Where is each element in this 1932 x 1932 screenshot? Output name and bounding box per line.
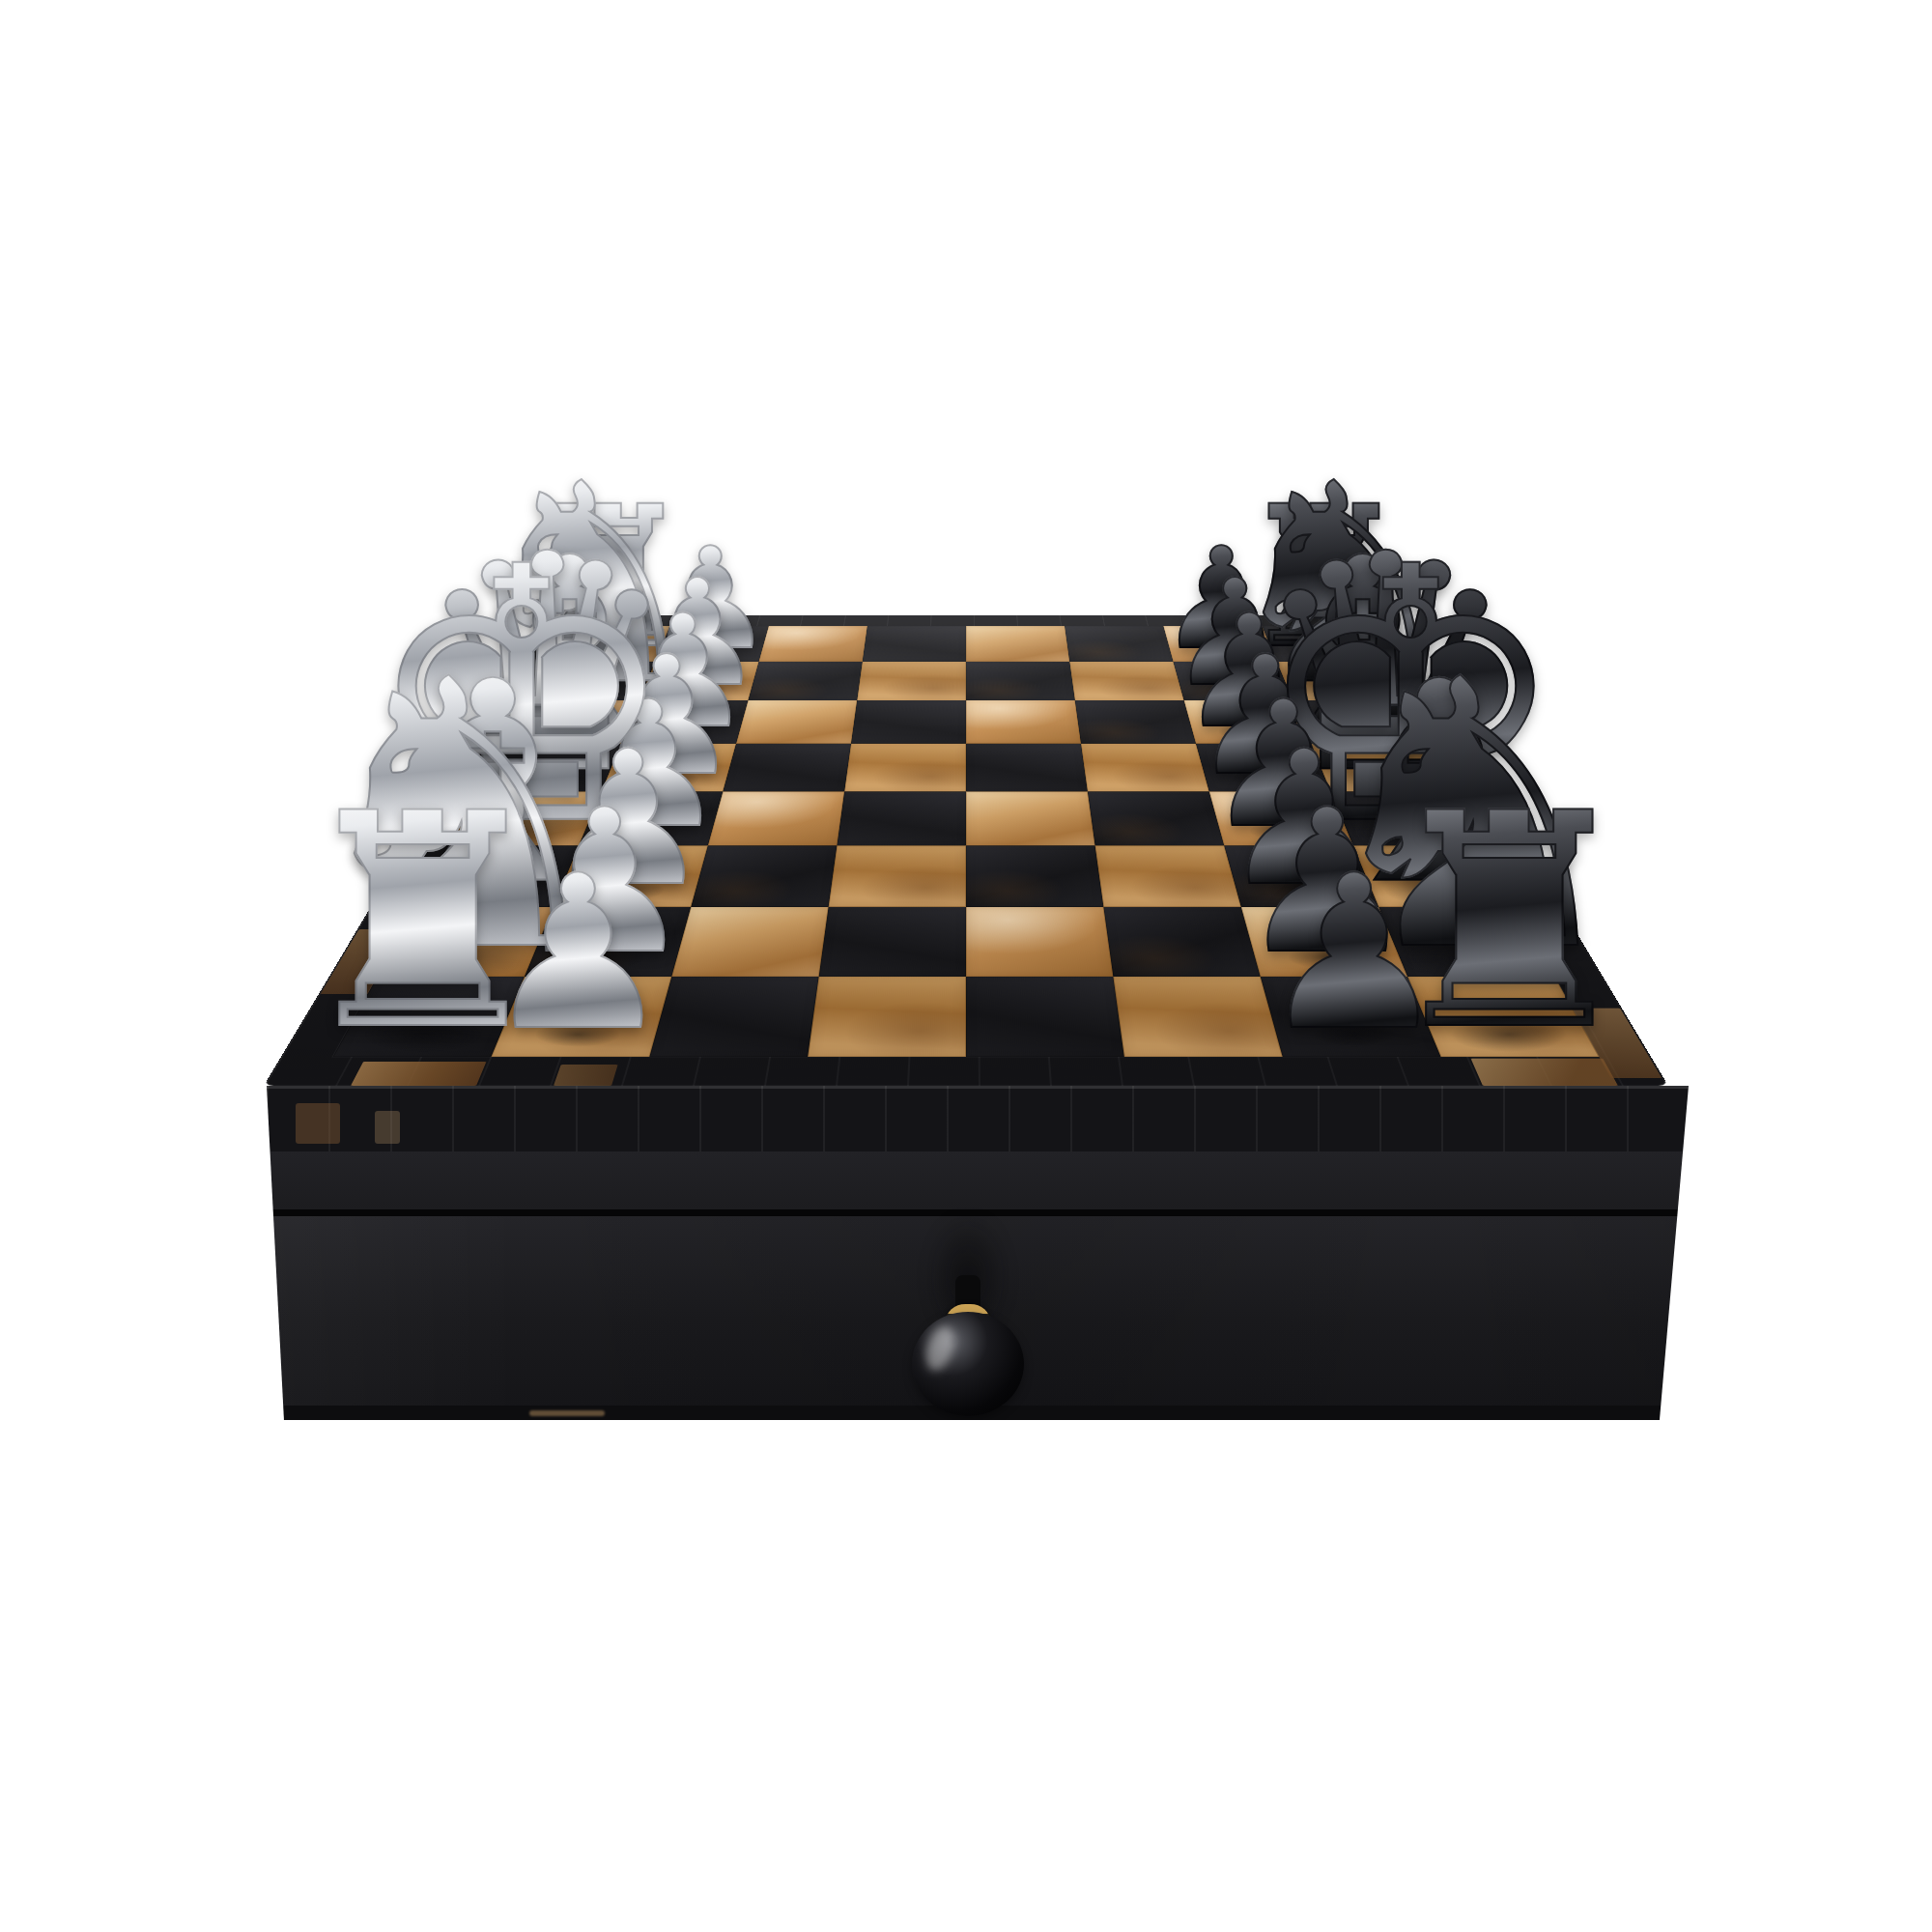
lid-bevel-edge — [267, 1086, 1689, 1151]
square-c5 — [966, 700, 1081, 744]
square-d5 — [966, 744, 1088, 792]
square-a4 — [863, 626, 966, 661]
square-g5 — [966, 907, 1113, 977]
square-b4 — [857, 662, 966, 700]
square-f5 — [966, 845, 1103, 906]
square-h4 — [808, 977, 966, 1057]
piece-black-pawn-h7: ♟ — [1259, 847, 1449, 1060]
square-g4 — [819, 907, 966, 977]
chess-set-photo: ♜♟♟♜♞♟♟♞♝♟♟♝♛♟♟♛♚♟♟♚♝♟♟♝♞♟♟♞♜♟♟♜ — [0, 0, 1932, 1932]
square-h5 — [966, 977, 1124, 1057]
square-b5 — [966, 662, 1075, 700]
square-a3 — [759, 626, 867, 661]
lid-front-band — [267, 1151, 1689, 1209]
square-e4 — [837, 791, 966, 845]
square-a6 — [1065, 626, 1173, 661]
knob-ball — [912, 1312, 1024, 1416]
lid-base-seam — [267, 1209, 1689, 1216]
piece-white-rook-h1: ♜ — [290, 775, 554, 1070]
square-c4 — [851, 700, 966, 744]
bevel-tile-seams — [267, 1086, 1689, 1151]
box-front — [267, 1086, 1689, 1420]
square-d4 — [844, 744, 966, 792]
bottom-horn-chip — [529, 1410, 605, 1416]
square-f4 — [829, 845, 966, 906]
bevel-horn-inlay — [296, 1103, 340, 1144]
bevel-chamfer-highlight — [267, 1086, 1689, 1089]
bevel-horn-inlay — [375, 1111, 400, 1144]
square-e5 — [966, 791, 1095, 845]
square-a5 — [966, 626, 1069, 661]
